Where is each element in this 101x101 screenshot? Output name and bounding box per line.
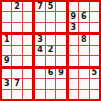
sudoku-cell-r2c3[interactable] <box>23 12 32 21</box>
sudoku-cell-r1c4[interactable]: 7 <box>35 2 44 11</box>
given-digit: 9 <box>71 13 77 21</box>
sudoku-cell-r9c5[interactable] <box>46 90 55 99</box>
sudoku-cell-r8c9[interactable] <box>90 79 99 88</box>
sudoku-cell-r5c6[interactable] <box>56 46 65 55</box>
sudoku-cell-r9c7[interactable] <box>69 90 78 99</box>
sudoku-cell-r5c8[interactable] <box>79 46 88 55</box>
sudoku-cell-r5c5[interactable]: 2 <box>46 46 55 55</box>
sudoku-cell-r5c2[interactable] <box>12 46 21 55</box>
given-digit: 4 <box>37 46 43 54</box>
sudoku-cell-r9c1[interactable] <box>2 90 11 99</box>
sudoku-cell-r6c1[interactable]: 9 <box>2 56 11 65</box>
given-digit: 6 <box>81 13 87 21</box>
sudoku-cell-r7c3[interactable] <box>23 69 32 78</box>
sudoku-cell-r7c4[interactable] <box>35 69 44 78</box>
sudoku-cell-r2c6[interactable] <box>56 12 65 21</box>
sudoku-cell-r6c6[interactable] <box>56 56 65 65</box>
sudoku-cell-r5c1[interactable] <box>2 46 11 55</box>
sudoku-cell-r7c8[interactable] <box>79 69 88 78</box>
sudoku-board: 27596319342837695 <box>0 0 101 101</box>
sudoku-cell-r9c2[interactable] <box>12 90 21 99</box>
sudoku-cell-r2c2[interactable] <box>12 12 21 21</box>
given-digit: 3 <box>37 36 43 44</box>
sudoku-cell-r2c8[interactable]: 6 <box>79 12 88 21</box>
given-digit: 8 <box>81 36 87 44</box>
sudoku-cell-r1c6[interactable] <box>56 2 65 11</box>
sudoku-cell-r3c7[interactable]: 3 <box>69 23 78 32</box>
sudoku-cell-r3c2[interactable] <box>12 23 21 32</box>
sudoku-cell-r3c4[interactable] <box>35 23 44 32</box>
sudoku-cell-r3c9[interactable] <box>90 23 99 32</box>
sudoku-cell-r8c2[interactable]: 7 <box>12 79 21 88</box>
sudoku-cell-r7c2[interactable] <box>12 69 21 78</box>
sudoku-box: 5 <box>69 69 99 99</box>
sudoku-cell-r1c8[interactable] <box>79 2 88 11</box>
sudoku-cell-r6c4[interactable] <box>35 56 44 65</box>
sudoku-cell-r3c6[interactable] <box>56 23 65 32</box>
sudoku-cell-r2c7[interactable]: 9 <box>69 12 78 21</box>
sudoku-cell-r7c1[interactable] <box>2 69 11 78</box>
sudoku-box: 963 <box>69 2 99 32</box>
sudoku-cell-r5c3[interactable] <box>23 46 32 55</box>
sudoku-cell-r2c9[interactable] <box>90 12 99 21</box>
sudoku-cell-r4c8[interactable]: 8 <box>79 35 88 44</box>
sudoku-cell-r5c7[interactable] <box>69 46 78 55</box>
sudoku-cell-r5c9[interactable] <box>90 46 99 55</box>
sudoku-cell-r9c6[interactable] <box>56 90 65 99</box>
sudoku-cell-r8c3[interactable] <box>23 79 32 88</box>
given-digit: 9 <box>4 57 10 65</box>
given-digit: 7 <box>37 3 43 11</box>
sudoku-cell-r6c5[interactable] <box>46 56 55 65</box>
sudoku-cell-r3c1[interactable] <box>2 23 11 32</box>
sudoku-cell-r6c9[interactable] <box>90 56 99 65</box>
sudoku-cell-r8c8[interactable] <box>79 79 88 88</box>
sudoku-cell-r8c1[interactable]: 3 <box>2 79 11 88</box>
sudoku-cell-r4c6[interactable] <box>56 35 65 44</box>
sudoku-cell-r6c7[interactable] <box>69 56 78 65</box>
sudoku-cell-r4c1[interactable]: 1 <box>2 35 11 44</box>
sudoku-cell-r6c3[interactable] <box>23 56 32 65</box>
given-digit: 3 <box>4 80 10 88</box>
sudoku-box: 342 <box>35 35 65 65</box>
sudoku-cell-r8c7[interactable] <box>69 79 78 88</box>
sudoku-cell-r2c1[interactable] <box>2 12 11 21</box>
sudoku-cell-r3c8[interactable] <box>79 23 88 32</box>
sudoku-cell-r5c4[interactable]: 4 <box>35 46 44 55</box>
sudoku-cell-r7c7[interactable] <box>69 69 78 78</box>
sudoku-cell-r8c4[interactable] <box>35 79 44 88</box>
sudoku-cell-r6c2[interactable] <box>12 56 21 65</box>
sudoku-cell-r8c5[interactable] <box>46 79 55 88</box>
sudoku-cell-r2c4[interactable] <box>35 12 44 21</box>
sudoku-cell-r1c9[interactable] <box>90 2 99 11</box>
given-digit: 2 <box>14 3 20 11</box>
sudoku-cell-r1c7[interactable] <box>69 2 78 11</box>
sudoku-box: 37 <box>2 69 32 99</box>
sudoku-cell-r7c9[interactable]: 5 <box>90 69 99 78</box>
sudoku-cell-r4c3[interactable] <box>23 35 32 44</box>
sudoku-box: 2 <box>2 2 32 32</box>
sudoku-cell-r4c9[interactable] <box>90 35 99 44</box>
given-digit: 2 <box>48 46 54 54</box>
given-digit: 5 <box>48 3 54 11</box>
sudoku-cell-r1c3[interactable] <box>23 2 32 11</box>
sudoku-cell-r1c5[interactable]: 5 <box>46 2 55 11</box>
sudoku-cell-r2c5[interactable] <box>46 12 55 21</box>
sudoku-cell-r3c5[interactable] <box>46 23 55 32</box>
sudoku-box: 69 <box>35 69 65 99</box>
sudoku-cell-r4c7[interactable] <box>69 35 78 44</box>
sudoku-cell-r6c8[interactable] <box>79 56 88 65</box>
sudoku-cell-r4c2[interactable] <box>12 35 21 44</box>
sudoku-cell-r9c3[interactable] <box>23 90 32 99</box>
sudoku-cell-r4c5[interactable] <box>46 35 55 44</box>
sudoku-cell-r9c8[interactable] <box>79 90 88 99</box>
sudoku-box: 75 <box>35 2 65 32</box>
sudoku-cell-r1c2[interactable]: 2 <box>12 2 21 11</box>
given-digit: 3 <box>71 24 77 32</box>
sudoku-cell-r1c1[interactable] <box>2 2 11 11</box>
given-digit: 5 <box>91 69 97 77</box>
sudoku-cell-r7c5[interactable]: 6 <box>46 69 55 78</box>
sudoku-cell-r3c3[interactable] <box>23 23 32 32</box>
sudoku-cell-r4c4[interactable]: 3 <box>35 35 44 44</box>
sudoku-box: 8 <box>69 35 99 65</box>
sudoku-cell-r7c6[interactable]: 9 <box>56 69 65 78</box>
sudoku-cell-r8c6[interactable] <box>56 79 65 88</box>
sudoku-cell-r9c9[interactable] <box>90 90 99 99</box>
given-digit: 9 <box>58 69 64 77</box>
given-digit: 1 <box>4 36 10 44</box>
sudoku-box: 19 <box>2 35 32 65</box>
sudoku-cell-r9c4[interactable] <box>35 90 44 99</box>
given-digit: 6 <box>48 69 54 77</box>
given-digit: 7 <box>14 80 20 88</box>
